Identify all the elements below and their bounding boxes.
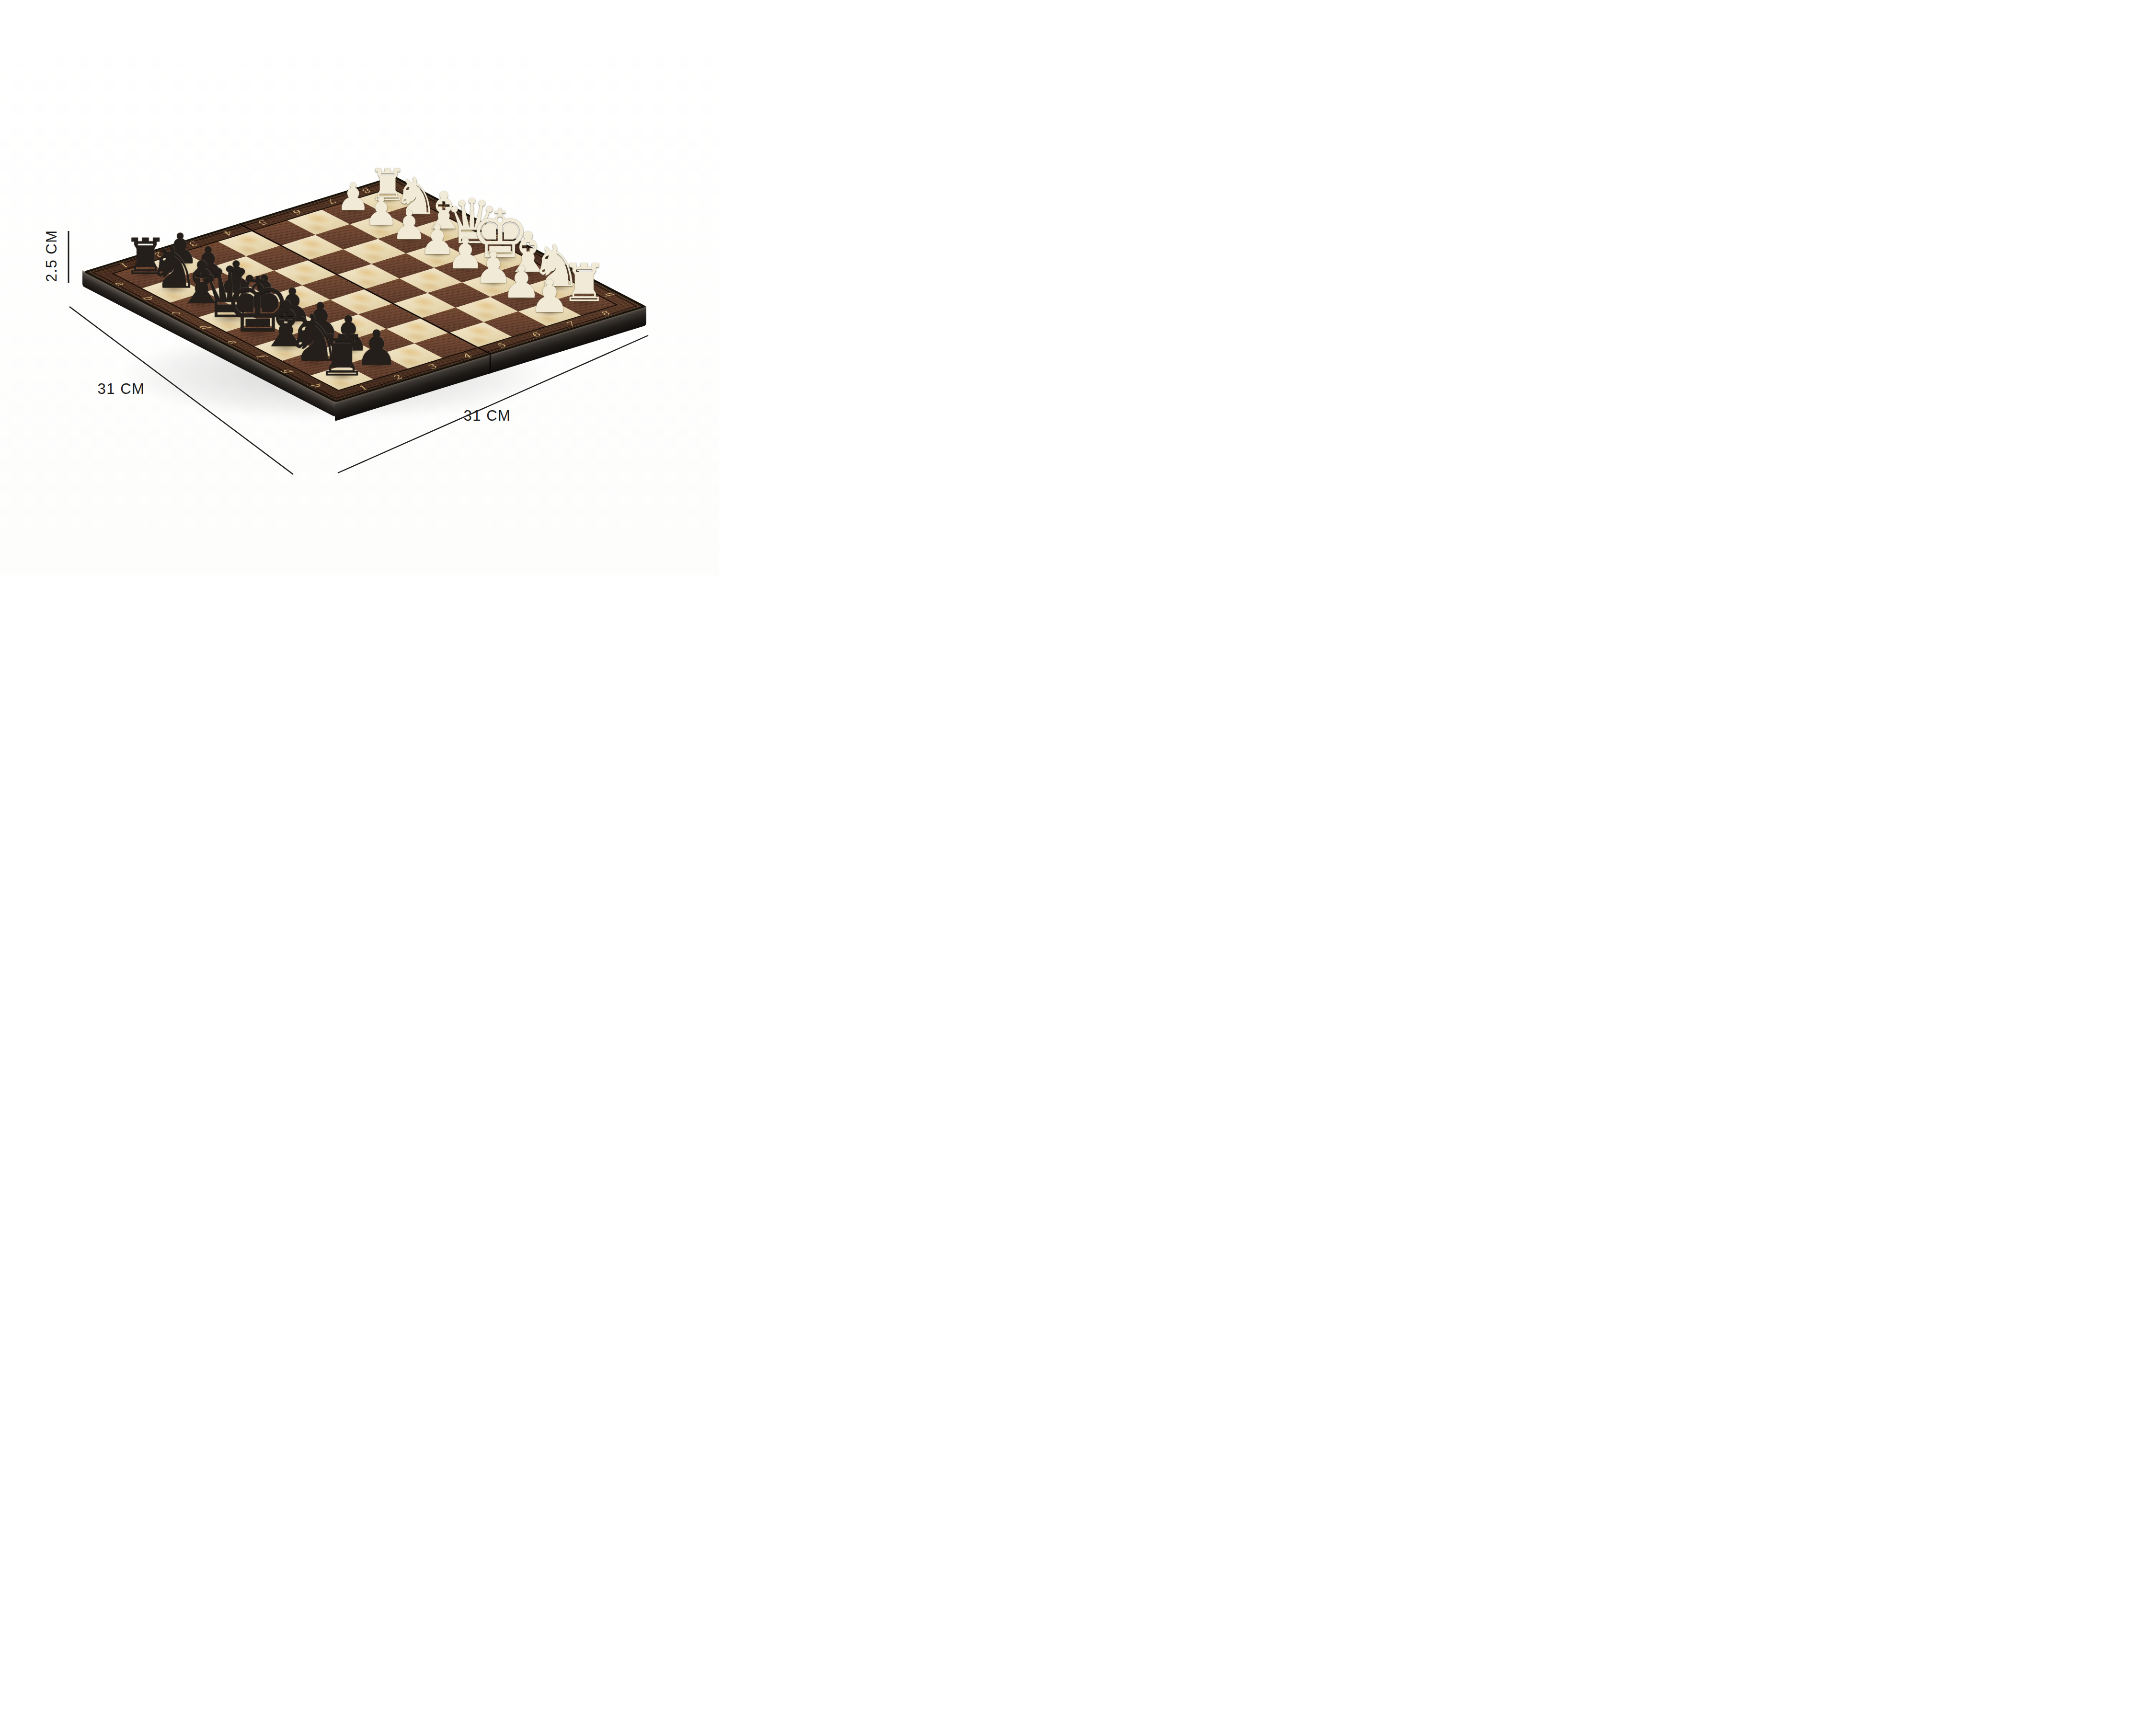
depth-dimension-label: 31 CM bbox=[464, 407, 511, 425]
dimension-lines bbox=[0, 0, 719, 575]
product-photo: abcdefgh1122334455667788abcdefgh ♜♟♞♟♝♟♛… bbox=[0, 0, 719, 575]
height-dimension-label: 2.5 CM bbox=[43, 230, 60, 282]
width-dimension-label: 31 CM bbox=[98, 380, 145, 398]
depth-dimension-line-right bbox=[338, 335, 648, 473]
